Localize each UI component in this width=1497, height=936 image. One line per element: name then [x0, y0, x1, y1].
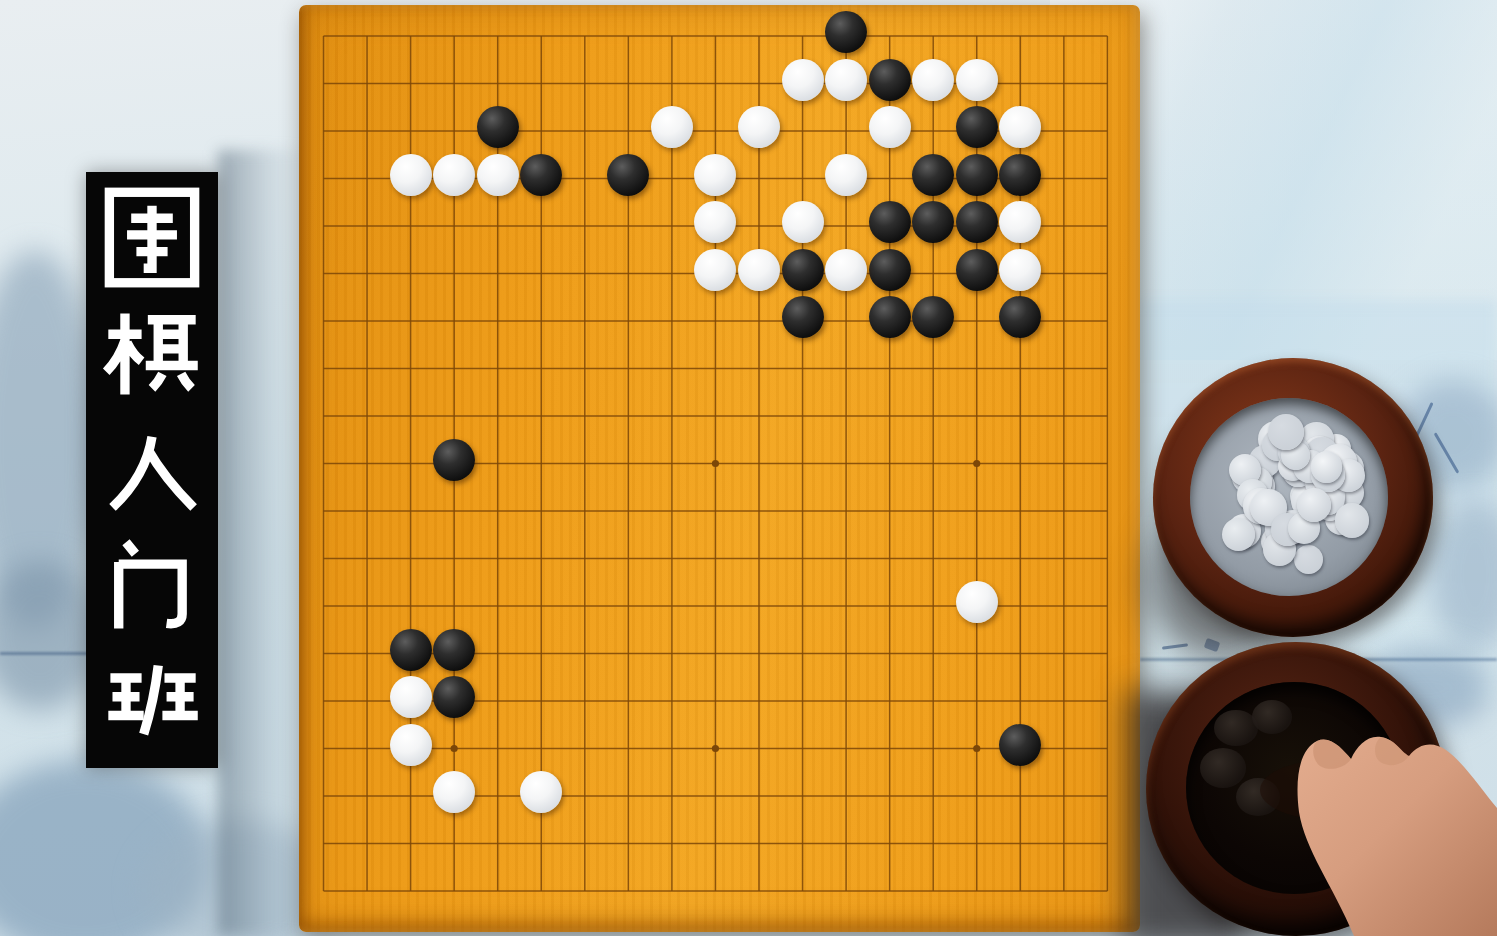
- ink-landscape-left2: [0, 560, 100, 710]
- stone-black[interactable]: [912, 154, 954, 196]
- stone-black[interactable]: [956, 201, 998, 243]
- banner-char-wei: 围: [100, 185, 204, 289]
- banner-char-men: 门: [100, 535, 204, 639]
- stone-black[interactable]: [433, 676, 475, 718]
- stone-black[interactable]: [433, 629, 475, 671]
- ink-line-left: [0, 652, 95, 655]
- stone-black[interactable]: [999, 154, 1041, 196]
- bowl-white-stone: [1335, 503, 1369, 537]
- stone-black[interactable]: [869, 296, 911, 338]
- stone-black[interactable]: [869, 201, 911, 243]
- stone-black[interactable]: [956, 106, 998, 148]
- stone-black[interactable]: [912, 296, 954, 338]
- stone-white[interactable]: [520, 771, 562, 813]
- stone-black[interactable]: [912, 201, 954, 243]
- banner-char-qi: 棋: [100, 301, 204, 405]
- stone-white[interactable]: [825, 249, 867, 291]
- stone-black[interactable]: [607, 154, 649, 196]
- stone-white[interactable]: [999, 201, 1041, 243]
- stone-black[interactable]: [956, 154, 998, 196]
- bowl-white-stone: [1268, 414, 1304, 450]
- stone-black[interactable]: [956, 249, 998, 291]
- banner-char-ru: 入: [100, 418, 204, 522]
- stone-white[interactable]: [390, 676, 432, 718]
- stone-black[interactable]: [869, 249, 911, 291]
- stone-black[interactable]: [825, 11, 867, 53]
- scene: 围 棋 入 门 班: [0, 0, 1497, 936]
- stone-white[interactable]: [782, 201, 824, 243]
- stone-black[interactable]: [999, 296, 1041, 338]
- stone-white[interactable]: [390, 154, 432, 196]
- class-banner: 围 棋 入 门 班: [86, 172, 218, 768]
- bowl-white-stone: [1297, 488, 1331, 522]
- stone-black[interactable]: [782, 249, 824, 291]
- stone-white[interactable]: [999, 249, 1041, 291]
- bowl-white-stone: [1311, 451, 1343, 483]
- white-stone-bowl-contents: [1190, 398, 1388, 596]
- stone-white[interactable]: [956, 59, 998, 101]
- stone-white[interactable]: [433, 771, 475, 813]
- stone-white[interactable]: [999, 106, 1041, 148]
- banner-char-ban: 班: [100, 651, 204, 755]
- stone-white[interactable]: [825, 154, 867, 196]
- stone-white[interactable]: [869, 106, 911, 148]
- stone-black[interactable]: [390, 629, 432, 671]
- stone-white[interactable]: [694, 154, 736, 196]
- stone-white[interactable]: [825, 59, 867, 101]
- bowl-white-stone: [1294, 545, 1324, 575]
- stone-white[interactable]: [694, 249, 736, 291]
- cloth-fold-shadow: [218, 150, 306, 936]
- black-stone-bowl-contents: [1186, 682, 1402, 894]
- stone-white[interactable]: [477, 154, 519, 196]
- stone-white[interactable]: [782, 59, 824, 101]
- stone-black[interactable]: [782, 296, 824, 338]
- stone-white[interactable]: [390, 724, 432, 766]
- stone-black[interactable]: [433, 439, 475, 481]
- stone-white[interactable]: [738, 106, 780, 148]
- stone-white[interactable]: [912, 59, 954, 101]
- stone-white[interactable]: [956, 581, 998, 623]
- stone-black[interactable]: [869, 59, 911, 101]
- stone-black[interactable]: [999, 724, 1041, 766]
- stone-white[interactable]: [433, 154, 475, 196]
- stone-white[interactable]: [651, 106, 693, 148]
- stone-white[interactable]: [738, 249, 780, 291]
- stone-black[interactable]: [477, 106, 519, 148]
- stone-black[interactable]: [520, 154, 562, 196]
